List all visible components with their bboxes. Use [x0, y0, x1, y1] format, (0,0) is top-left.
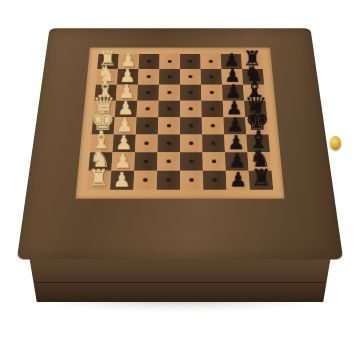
peg-hole	[167, 107, 171, 110]
black-pawn[interactable]: ♟	[227, 116, 244, 134]
square-a7[interactable]: ♟	[221, 54, 242, 69]
square-g3[interactable]	[134, 152, 157, 170]
white-king[interactable]: ♚	[91, 109, 115, 134]
peg-hole	[189, 178, 193, 181]
square-h6[interactable]	[203, 171, 227, 190]
black-bishop[interactable]: ♝	[244, 79, 265, 100]
peg-hole	[102, 107, 106, 110]
peg-hole	[124, 107, 128, 110]
square-g2[interactable]: ♟	[111, 152, 135, 170]
peg-hole	[167, 124, 171, 127]
square-b7[interactable]: ♟	[221, 69, 243, 85]
peg-hole	[121, 160, 125, 163]
peg-hole	[127, 60, 131, 63]
peg-hole	[189, 91, 193, 94]
square-a1[interactable]: ♜	[97, 54, 119, 69]
peg-hole	[211, 142, 215, 145]
white-queen[interactable]: ♛	[92, 93, 115, 117]
peg-hole	[236, 178, 240, 181]
white-pawn[interactable]: ♟	[117, 99, 134, 116]
box-front-face	[26, 256, 334, 302]
square-d1[interactable]: ♛	[93, 101, 116, 118]
white-rook[interactable]: ♜	[98, 49, 117, 68]
product-photo-chess-box: ♜♟♟♜♞♟♟♞♝♟♟♝♛♟♟♛♚♟♟♚♝♟♟♝♞♟♟♞♜♟♟♜	[0, 0, 360, 360]
square-h2[interactable]: ♟	[110, 171, 134, 190]
white-rook[interactable]: ♜	[88, 167, 109, 188]
peg-hole	[167, 91, 171, 94]
peg-hole	[259, 178, 263, 181]
peg-hole	[146, 107, 150, 110]
peg-hole	[211, 124, 215, 127]
peg-hole	[143, 178, 147, 181]
peg-hole	[189, 107, 193, 110]
peg-hole	[189, 124, 193, 127]
peg-hole	[231, 91, 235, 94]
peg-hole	[126, 75, 130, 78]
brass-latch-knob-icon	[330, 136, 341, 150]
square-e3[interactable]	[136, 117, 158, 134]
square-f6[interactable]	[202, 135, 225, 153]
square-b4[interactable]	[159, 69, 180, 85]
square-h5[interactable]	[180, 171, 203, 190]
peg-hole	[122, 142, 126, 145]
square-b3[interactable]	[138, 69, 159, 85]
square-f7[interactable]: ♟	[224, 135, 247, 153]
square-d5[interactable]	[180, 101, 202, 118]
black-rook[interactable]: ♜	[243, 49, 262, 68]
peg-hole	[251, 75, 255, 78]
peg-hole	[106, 60, 110, 63]
black-pawn[interactable]: ♟	[228, 152, 246, 170]
square-h1[interactable]: ♜	[87, 171, 112, 190]
square-e2[interactable]: ♟	[114, 117, 137, 134]
peg-hole	[189, 142, 193, 145]
peg-hole	[257, 160, 261, 163]
square-f3[interactable]	[135, 135, 158, 153]
white-pawn[interactable]: ♟	[118, 83, 135, 100]
chess-board: ♜♟♟♜♞♟♟♞♝♟♟♝♛♟♟♛♚♟♟♚♝♟♟♝♞♟♟♞♜♟♟♜	[87, 54, 273, 190]
peg-hole	[167, 142, 171, 145]
black-rook[interactable]: ♜	[251, 167, 272, 188]
square-c5[interactable]	[180, 85, 201, 101]
peg-hole	[189, 75, 193, 78]
square-h4[interactable]	[157, 171, 180, 190]
white-pawn[interactable]: ♟	[113, 170, 131, 188]
square-f5[interactable]	[180, 135, 202, 153]
peg-hole	[147, 75, 151, 78]
peg-hole	[232, 107, 236, 110]
square-d4[interactable]	[158, 101, 180, 118]
peg-hole	[100, 142, 104, 145]
square-a4[interactable]	[159, 54, 180, 69]
black-knight[interactable]: ♞	[249, 148, 270, 170]
square-g1[interactable]: ♞	[88, 152, 112, 170]
peg-hole	[256, 142, 260, 145]
square-b2[interactable]: ♟	[117, 69, 139, 85]
peg-hole	[125, 91, 129, 94]
black-pawn[interactable]: ♟	[224, 52, 240, 68]
square-g8[interactable]: ♞	[247, 152, 271, 170]
peg-hole	[146, 91, 150, 94]
white-pawn[interactable]: ♟	[114, 152, 132, 170]
peg-hole	[212, 178, 216, 181]
black-pawn[interactable]: ♟	[226, 99, 243, 116]
peg-hole	[101, 124, 105, 127]
square-a8[interactable]: ♜	[241, 54, 263, 69]
square-b6[interactable]	[201, 69, 222, 85]
square-a5[interactable]	[180, 54, 201, 69]
black-pawn[interactable]: ♟	[224, 67, 240, 84]
square-h7[interactable]: ♟	[226, 171, 250, 190]
square-f1[interactable]: ♝	[90, 135, 114, 153]
peg-hole	[234, 142, 238, 145]
peg-hole	[235, 160, 239, 163]
square-b1[interactable]: ♞	[96, 69, 118, 85]
peg-hole	[167, 160, 171, 163]
square-b5[interactable]	[180, 69, 201, 85]
white-knight[interactable]: ♞	[89, 148, 110, 170]
square-b8[interactable]: ♞	[242, 69, 264, 85]
peg-hole	[212, 160, 216, 163]
white-pawn[interactable]: ♟	[119, 67, 135, 84]
square-c1[interactable]: ♝	[95, 85, 117, 101]
square-e6[interactable]	[202, 117, 224, 134]
peg-hole	[168, 60, 172, 63]
square-g5[interactable]	[180, 152, 203, 170]
peg-hole	[168, 75, 172, 78]
peg-hole	[104, 91, 108, 94]
square-f4[interactable]	[158, 135, 180, 153]
peg-hole	[233, 124, 237, 127]
peg-hole	[209, 60, 213, 63]
square-g7[interactable]: ♟	[225, 152, 249, 170]
white-pawn[interactable]: ♟	[116, 116, 133, 134]
square-c6[interactable]	[201, 85, 223, 101]
square-c4[interactable]	[159, 85, 180, 101]
peg-hole	[145, 124, 149, 127]
square-c7[interactable]: ♟	[222, 85, 244, 101]
peg-hole	[147, 60, 151, 63]
square-a6[interactable]	[200, 54, 221, 69]
peg-hole	[210, 107, 214, 110]
square-c8[interactable]: ♝	[243, 85, 265, 101]
peg-hole	[250, 60, 254, 63]
square-h8[interactable]: ♜	[249, 171, 274, 190]
square-e7[interactable]: ♟	[223, 117, 246, 134]
peg-hole	[255, 124, 259, 127]
peg-hole	[105, 75, 109, 78]
peg-hole	[189, 160, 193, 163]
peg-hole	[144, 160, 148, 163]
square-a3[interactable]	[139, 54, 160, 69]
peg-hole	[252, 91, 256, 94]
white-pawn[interactable]: ♟	[120, 52, 136, 68]
peg-hole	[120, 178, 124, 181]
box-lid-top: ♜♟♟♜♞♟♟♞♝♟♟♝♛♟♟♛♚♟♟♚♝♟♟♝♞♟♟♞♜♟♟♜	[17, 28, 343, 259]
white-pawn[interactable]: ♟	[115, 134, 132, 152]
square-f8[interactable]: ♝	[246, 135, 270, 153]
square-e5[interactable]	[180, 117, 202, 134]
square-d3[interactable]	[137, 101, 159, 118]
black-bishop[interactable]: ♝	[248, 129, 270, 152]
peg-hole	[253, 107, 257, 110]
square-d7[interactable]: ♟	[223, 101, 245, 118]
peg-hole	[98, 160, 102, 163]
peg-hole	[188, 60, 192, 63]
square-d8[interactable]: ♛	[244, 101, 267, 118]
peg-hole	[144, 142, 148, 145]
peg-hole	[97, 178, 101, 181]
white-knight[interactable]: ♞	[97, 64, 117, 84]
square-c2[interactable]: ♟	[116, 85, 138, 101]
board-frame: ♜♟♟♜♞♟♟♞♝♟♟♝♛♟♟♛♚♟♟♚♝♟♟♝♞♟♟♞♜♟♟♜	[75, 47, 284, 198]
lid-seam	[35, 282, 325, 283]
square-e1[interactable]: ♚	[92, 117, 115, 134]
square-a2[interactable]: ♟	[118, 54, 139, 69]
black-king[interactable]: ♚	[245, 109, 269, 134]
peg-hole	[209, 75, 213, 78]
square-f2[interactable]: ♟	[113, 135, 136, 153]
square-d6[interactable]	[201, 101, 223, 118]
black-knight[interactable]: ♞	[244, 64, 264, 84]
square-e8[interactable]: ♚	[245, 117, 268, 134]
white-bishop[interactable]: ♝	[90, 129, 112, 152]
square-h3[interactable]	[133, 171, 157, 190]
square-g6[interactable]	[202, 152, 225, 170]
peg-hole	[123, 124, 127, 127]
black-pawn[interactable]: ♟	[227, 134, 244, 152]
peg-hole	[210, 91, 214, 94]
peg-hole	[166, 178, 170, 181]
peg-hole	[229, 60, 233, 63]
black-pawn[interactable]: ♟	[225, 83, 242, 100]
square-e4[interactable]	[158, 117, 180, 134]
black-queen[interactable]: ♛	[244, 93, 267, 117]
square-d2[interactable]: ♟	[115, 101, 137, 118]
black-pawn[interactable]: ♟	[229, 170, 247, 188]
square-c3[interactable]	[137, 85, 159, 101]
square-g4[interactable]	[157, 152, 180, 170]
peg-hole	[230, 75, 234, 78]
white-bishop[interactable]: ♝	[95, 79, 116, 100]
